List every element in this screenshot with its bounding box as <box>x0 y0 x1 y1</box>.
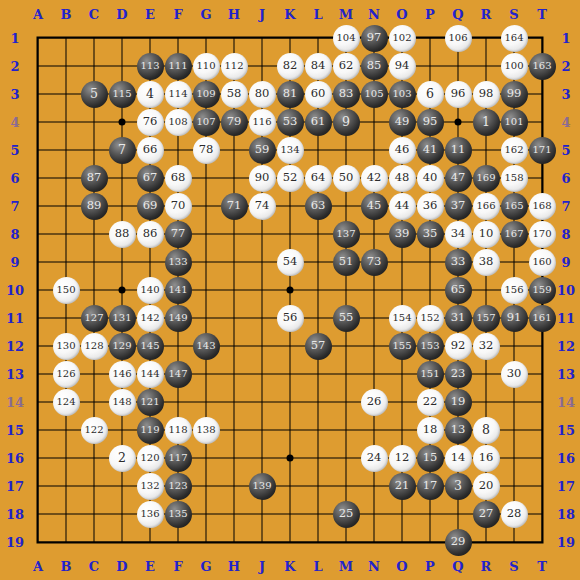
move-number: 11 <box>451 144 466 156</box>
row-label-left-15: 15 <box>6 423 24 438</box>
move-number: 80 <box>255 88 270 100</box>
row-label-right-2: 2 <box>561 59 570 74</box>
stone-black-N9: 73 <box>361 249 388 276</box>
col-label-top-J: J <box>259 7 265 22</box>
move-number: 162 <box>504 145 523 155</box>
move-number: 44 <box>395 200 410 212</box>
move-number: 60 <box>311 88 326 100</box>
stone-white-O5: 46 <box>389 137 416 164</box>
move-number: 102 <box>392 33 411 43</box>
stone-white-P6: 40 <box>417 165 444 192</box>
col-label-bottom-H: H <box>228 559 240 574</box>
row-label-left-14: 14 <box>6 395 24 410</box>
stone-black-M11: 55 <box>333 305 360 332</box>
stone-white-P14: 22 <box>417 389 444 416</box>
move-number: 90 <box>255 172 270 184</box>
stone-white-K6: 52 <box>277 165 304 192</box>
stone-white-S2: 100 <box>501 53 528 80</box>
stone-black-G3: 109 <box>193 81 220 108</box>
col-label-top-O: O <box>396 7 407 22</box>
col-label-top-G: G <box>200 7 211 22</box>
stone-black-L12: 57 <box>305 333 332 360</box>
move-number: 146 <box>112 369 131 379</box>
move-number: 46 <box>395 144 410 156</box>
stone-white-D8: 88 <box>109 221 136 248</box>
stone-black-D3: 115 <box>109 81 136 108</box>
move-number: 112 <box>224 61 243 71</box>
move-number: 92 <box>451 340 466 352</box>
stone-white-O11: 154 <box>389 305 416 332</box>
stone-black-Q19: 29 <box>445 529 472 556</box>
stone-black-D12: 129 <box>109 333 136 360</box>
move-number: 21 <box>395 480 410 492</box>
row-label-left-17: 17 <box>6 479 24 494</box>
move-number: 155 <box>392 341 411 351</box>
move-number: 130 <box>56 341 75 351</box>
move-number: 98 <box>479 88 494 100</box>
move-number: 36 <box>423 200 438 212</box>
stone-black-Q7: 37 <box>445 193 472 220</box>
stone-white-R7: 166 <box>473 193 500 220</box>
col-label-top-S: S <box>509 7 518 22</box>
move-number: 17 <box>423 480 438 492</box>
stone-black-M9: 51 <box>333 249 360 276</box>
stone-white-G2: 110 <box>193 53 220 80</box>
stone-black-P4: 95 <box>417 109 444 136</box>
move-number: 124 <box>56 397 75 407</box>
stone-white-E17: 132 <box>137 473 164 500</box>
col-label-bottom-L: L <box>313 559 322 574</box>
stone-white-T7: 168 <box>529 193 556 220</box>
move-number: 121 <box>140 397 159 407</box>
stone-black-K3: 81 <box>277 81 304 108</box>
stone-black-L4: 61 <box>305 109 332 136</box>
stone-white-L3: 60 <box>305 81 332 108</box>
stone-white-R3: 98 <box>473 81 500 108</box>
stone-white-E3: 4 <box>137 81 164 108</box>
move-number: 105 <box>364 89 383 99</box>
col-label-top-B: B <box>61 7 72 22</box>
stone-white-Q12: 92 <box>445 333 472 360</box>
stone-white-H3: 58 <box>221 81 248 108</box>
move-number: 8 <box>482 424 490 437</box>
stone-white-R8: 10 <box>473 221 500 248</box>
stone-black-F10: 141 <box>165 277 192 304</box>
move-number: 78 <box>199 144 214 156</box>
row-label-right-3: 3 <box>561 87 570 102</box>
move-number: 65 <box>451 284 466 296</box>
move-number: 62 <box>339 60 354 72</box>
move-number: 50 <box>339 172 354 184</box>
move-number: 68 <box>171 172 186 184</box>
move-number: 97 <box>367 32 382 44</box>
move-number: 33 <box>451 256 466 268</box>
stone-black-H7: 71 <box>221 193 248 220</box>
move-number: 54 <box>283 256 298 268</box>
stone-black-L7: 63 <box>305 193 332 220</box>
stone-white-F3: 114 <box>165 81 192 108</box>
stone-white-N16: 24 <box>361 445 388 472</box>
move-number: 45 <box>367 200 382 212</box>
stone-black-S4: 101 <box>501 109 528 136</box>
col-label-bottom-J: J <box>259 559 265 574</box>
col-label-top-T: T <box>537 7 547 22</box>
move-number: 71 <box>227 200 242 212</box>
col-label-bottom-B: B <box>61 559 72 574</box>
move-number: 83 <box>339 88 354 100</box>
move-number: 147 <box>168 369 187 379</box>
col-label-top-A: A <box>33 7 43 22</box>
move-number: 137 <box>336 229 355 239</box>
move-number: 39 <box>395 228 410 240</box>
move-number: 59 <box>255 144 270 156</box>
stone-black-R11: 157 <box>473 305 500 332</box>
move-number: 88 <box>115 228 130 240</box>
move-number: 2 <box>118 452 126 465</box>
move-number: 58 <box>227 88 242 100</box>
row-label-right-5: 5 <box>561 143 570 158</box>
move-number: 100 <box>504 61 523 71</box>
move-number: 7 <box>118 144 126 157</box>
stone-white-S10: 156 <box>501 277 528 304</box>
stone-white-P11: 152 <box>417 305 444 332</box>
stones-grid: 1234567891011121314151617181920212223242… <box>24 24 556 556</box>
col-label-bottom-M: M <box>339 559 353 574</box>
stone-black-O12: 155 <box>389 333 416 360</box>
stone-white-F4: 108 <box>165 109 192 136</box>
move-number: 87 <box>87 172 102 184</box>
col-label-top-E: E <box>145 7 155 22</box>
move-number: 15 <box>423 452 438 464</box>
row-label-right-12: 12 <box>557 339 575 354</box>
stone-white-R12: 32 <box>473 333 500 360</box>
move-number: 154 <box>392 313 411 323</box>
stone-white-N6: 42 <box>361 165 388 192</box>
move-number: 141 <box>168 285 187 295</box>
stone-black-O8: 39 <box>389 221 416 248</box>
row-label-right-10: 10 <box>557 283 575 298</box>
move-number: 116 <box>252 117 271 127</box>
move-number: 48 <box>395 172 410 184</box>
col-label-bottom-D: D <box>116 559 127 574</box>
stone-black-Q11: 31 <box>445 305 472 332</box>
stone-black-P12: 153 <box>417 333 444 360</box>
stone-black-S8: 167 <box>501 221 528 248</box>
stone-white-E8: 86 <box>137 221 164 248</box>
move-number: 131 <box>112 313 131 323</box>
stone-white-P7: 36 <box>417 193 444 220</box>
move-number: 23 <box>451 368 466 380</box>
move-number: 120 <box>140 453 159 463</box>
stone-white-O1: 102 <box>389 25 416 52</box>
stone-black-T11: 161 <box>529 305 556 332</box>
move-number: 148 <box>112 397 131 407</box>
move-number: 115 <box>112 89 131 99</box>
col-label-bottom-P: P <box>425 559 435 574</box>
row-label-left-4: 4 <box>10 115 19 130</box>
move-number: 77 <box>171 228 186 240</box>
stone-white-L6: 64 <box>305 165 332 192</box>
stone-black-Q5: 11 <box>445 137 472 164</box>
move-number: 10 <box>479 228 494 240</box>
move-number: 166 <box>476 201 495 211</box>
move-number: 49 <box>395 116 410 128</box>
move-number: 133 <box>168 257 187 267</box>
stone-white-P15: 18 <box>417 417 444 444</box>
move-number: 22 <box>423 396 438 408</box>
stone-black-F9: 133 <box>165 249 192 276</box>
move-number: 14 <box>451 452 466 464</box>
stone-white-Q1: 106 <box>445 25 472 52</box>
move-number: 143 <box>196 341 215 351</box>
stone-white-M6: 50 <box>333 165 360 192</box>
move-number: 159 <box>532 285 551 295</box>
move-number: 20 <box>479 480 494 492</box>
row-label-right-19: 19 <box>557 535 575 550</box>
col-label-bottom-K: K <box>284 559 295 574</box>
move-number: 164 <box>504 33 523 43</box>
stone-black-D11: 131 <box>109 305 136 332</box>
stone-white-J6: 90 <box>249 165 276 192</box>
move-number: 51 <box>339 256 354 268</box>
stone-black-P13: 151 <box>417 361 444 388</box>
stone-black-P17: 17 <box>417 473 444 500</box>
move-number: 41 <box>423 144 438 156</box>
stone-white-E13: 144 <box>137 361 164 388</box>
stone-white-T9: 160 <box>529 249 556 276</box>
stone-white-K9: 54 <box>277 249 304 276</box>
stone-black-Q10: 65 <box>445 277 472 304</box>
move-number: 13 <box>451 424 466 436</box>
move-number: 35 <box>423 228 438 240</box>
move-number: 171 <box>532 145 551 155</box>
move-number: 1 <box>482 116 490 129</box>
stone-white-D14: 148 <box>109 389 136 416</box>
stone-white-T8: 170 <box>529 221 556 248</box>
move-number: 170 <box>532 229 551 239</box>
move-number: 134 <box>280 145 299 155</box>
row-label-left-7: 7 <box>10 199 19 214</box>
stone-black-T5: 171 <box>529 137 556 164</box>
stone-black-Q17: 3 <box>445 473 472 500</box>
row-label-right-15: 15 <box>557 423 575 438</box>
stone-black-N3: 105 <box>361 81 388 108</box>
stone-black-G4: 107 <box>193 109 220 136</box>
stone-white-L2: 84 <box>305 53 332 80</box>
stone-black-S11: 91 <box>501 305 528 332</box>
stone-black-Q6: 47 <box>445 165 472 192</box>
stone-black-M18: 25 <box>333 501 360 528</box>
row-label-right-11: 11 <box>557 311 575 326</box>
move-number: 142 <box>140 313 159 323</box>
row-label-left-16: 16 <box>6 451 24 466</box>
stone-black-Q14: 19 <box>445 389 472 416</box>
move-number: 136 <box>140 509 159 519</box>
stone-white-B12: 130 <box>53 333 80 360</box>
stone-white-R17: 20 <box>473 473 500 500</box>
row-label-right-17: 17 <box>557 479 575 494</box>
move-number: 122 <box>84 425 103 435</box>
stone-black-E14: 121 <box>137 389 164 416</box>
move-number: 110 <box>196 61 215 71</box>
row-label-left-12: 12 <box>6 339 24 354</box>
move-number: 85 <box>367 60 382 72</box>
move-number: 3 <box>454 480 462 493</box>
move-number: 76 <box>143 116 158 128</box>
stone-white-S1: 164 <box>501 25 528 52</box>
stone-white-F6: 68 <box>165 165 192 192</box>
move-number: 96 <box>451 88 466 100</box>
move-number: 86 <box>143 228 158 240</box>
move-number: 26 <box>367 396 382 408</box>
col-label-top-Q: Q <box>452 7 463 22</box>
col-label-top-K: K <box>284 7 295 22</box>
stone-white-O7: 44 <box>389 193 416 220</box>
move-number: 157 <box>476 313 495 323</box>
move-number: 28 <box>507 508 522 520</box>
row-label-right-6: 6 <box>561 171 570 186</box>
stone-black-O3: 103 <box>389 81 416 108</box>
move-number: 109 <box>196 89 215 99</box>
move-number: 53 <box>283 116 298 128</box>
row-label-left-19: 19 <box>6 535 24 550</box>
move-number: 158 <box>504 173 523 183</box>
move-number: 118 <box>168 425 187 435</box>
move-number: 163 <box>532 61 551 71</box>
row-label-right-7: 7 <box>561 199 570 214</box>
stone-black-H4: 79 <box>221 109 248 136</box>
row-label-left-13: 13 <box>6 367 24 382</box>
stone-white-E16: 120 <box>137 445 164 472</box>
stone-black-M4: 9 <box>333 109 360 136</box>
move-number: 161 <box>532 313 551 323</box>
stone-white-O16: 12 <box>389 445 416 472</box>
col-label-bottom-F: F <box>173 559 182 574</box>
stone-white-F15: 118 <box>165 417 192 444</box>
move-number: 168 <box>532 201 551 211</box>
move-number: 18 <box>423 424 438 436</box>
stone-black-N2: 85 <box>361 53 388 80</box>
stone-white-K5: 134 <box>277 137 304 164</box>
move-number: 138 <box>196 425 215 435</box>
col-label-bottom-Q: Q <box>452 559 463 574</box>
move-number: 126 <box>56 369 75 379</box>
stone-white-R16: 16 <box>473 445 500 472</box>
stone-white-G5: 78 <box>193 137 220 164</box>
move-number: 34 <box>451 228 466 240</box>
stone-black-Q13: 23 <box>445 361 472 388</box>
stone-black-G12: 143 <box>193 333 220 360</box>
col-label-bottom-T: T <box>537 559 547 574</box>
stone-white-P3: 6 <box>417 81 444 108</box>
move-number: 57 <box>311 340 326 352</box>
move-number: 167 <box>504 229 523 239</box>
stone-black-E6: 67 <box>137 165 164 192</box>
move-number: 38 <box>479 256 494 268</box>
row-label-right-9: 9 <box>561 255 570 270</box>
move-number: 67 <box>143 172 158 184</box>
move-number: 169 <box>476 173 495 183</box>
col-label-top-F: F <box>173 7 182 22</box>
move-number: 24 <box>367 452 382 464</box>
move-number: 152 <box>420 313 439 323</box>
stone-black-F17: 123 <box>165 473 192 500</box>
move-number: 156 <box>504 285 523 295</box>
stone-black-P8: 35 <box>417 221 444 248</box>
stone-black-E2: 113 <box>137 53 164 80</box>
col-label-top-C: C <box>89 7 99 22</box>
stone-black-C3: 5 <box>81 81 108 108</box>
stone-black-F13: 147 <box>165 361 192 388</box>
move-number: 5 <box>90 88 98 101</box>
stone-white-E4: 76 <box>137 109 164 136</box>
stone-white-R15: 8 <box>473 417 500 444</box>
stone-white-H2: 112 <box>221 53 248 80</box>
stone-white-C12: 128 <box>81 333 108 360</box>
row-label-right-8: 8 <box>561 227 570 242</box>
stone-white-Q8: 34 <box>445 221 472 248</box>
stone-white-B10: 150 <box>53 277 80 304</box>
stone-black-C11: 127 <box>81 305 108 332</box>
stone-white-S18: 28 <box>501 501 528 528</box>
col-label-top-P: P <box>425 7 435 22</box>
stone-black-K4: 53 <box>277 109 304 136</box>
move-number: 56 <box>283 312 298 324</box>
stone-white-J4: 116 <box>249 109 276 136</box>
row-label-left-8: 8 <box>10 227 19 242</box>
stone-white-R9: 38 <box>473 249 500 276</box>
stone-black-S7: 165 <box>501 193 528 220</box>
col-label-bottom-A: A <box>33 559 43 574</box>
row-label-left-18: 18 <box>6 507 24 522</box>
stone-white-F7: 70 <box>165 193 192 220</box>
row-label-left-2: 2 <box>10 59 19 74</box>
move-number: 82 <box>283 60 298 72</box>
stone-white-E18: 136 <box>137 501 164 528</box>
stone-white-O2: 94 <box>389 53 416 80</box>
move-number: 132 <box>140 481 159 491</box>
row-label-left-11: 11 <box>6 311 24 326</box>
stone-white-S5: 162 <box>501 137 528 164</box>
stone-white-E10: 140 <box>137 277 164 304</box>
stone-black-S3: 99 <box>501 81 528 108</box>
stone-black-E7: 69 <box>137 193 164 220</box>
stone-black-M3: 83 <box>333 81 360 108</box>
move-number: 128 <box>84 341 103 351</box>
stone-black-Q9: 33 <box>445 249 472 276</box>
stone-white-O6: 48 <box>389 165 416 192</box>
go-board: AABBCCDDEEFFGGHHJJKKLLMMNNOOPPQQRRSSTT11… <box>0 0 580 580</box>
stone-white-B13: 126 <box>53 361 80 388</box>
move-number: 144 <box>140 369 159 379</box>
move-number: 12 <box>395 452 410 464</box>
stone-black-T2: 163 <box>529 53 556 80</box>
move-number: 91 <box>507 312 522 324</box>
stone-black-D5: 7 <box>109 137 136 164</box>
move-number: 16 <box>479 452 494 464</box>
move-number: 101 <box>504 117 523 127</box>
move-number: 25 <box>339 508 354 520</box>
move-number: 52 <box>283 172 298 184</box>
row-label-right-14: 14 <box>557 395 575 410</box>
move-number: 151 <box>420 369 439 379</box>
stone-white-S6: 158 <box>501 165 528 192</box>
move-number: 160 <box>532 257 551 267</box>
stone-black-N1: 97 <box>361 25 388 52</box>
col-label-bottom-E: E <box>145 559 155 574</box>
stone-white-N14: 26 <box>361 389 388 416</box>
move-number: 139 <box>252 481 271 491</box>
